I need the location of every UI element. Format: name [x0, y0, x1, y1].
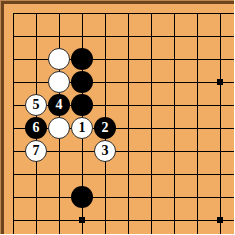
- intersection-c10-r3[interactable]: [209, 48, 235, 71]
- intersection-c5-r2[interactable]: [94, 25, 117, 48]
- move-number: 1: [79, 121, 86, 135]
- black-stone-move-4: 4: [48, 94, 70, 116]
- white-stone: [48, 48, 70, 70]
- intersection-c10-r1[interactable]: [209, 2, 235, 25]
- intersection-c9-r8[interactable]: [186, 163, 209, 186]
- intersection-c1-r6[interactable]: [2, 117, 25, 140]
- intersection-c3-r8[interactable]: [48, 163, 71, 186]
- intersection-c8-r8[interactable]: [163, 163, 186, 186]
- board-frame: 5461273: [1, 1, 234, 234]
- star-point: [217, 79, 223, 85]
- intersection-c5-r4[interactable]: [94, 71, 117, 94]
- intersection-c6-r10[interactable]: [117, 209, 140, 235]
- intersection-c1-r3[interactable]: [2, 48, 25, 71]
- intersection-c6-r7[interactable]: [117, 140, 140, 163]
- intersection-c10-r10[interactable]: [209, 209, 235, 235]
- intersection-c3-r3[interactable]: [48, 48, 71, 71]
- intersection-c1-r4[interactable]: [2, 71, 25, 94]
- intersection-c5-r7[interactable]: 3: [94, 140, 117, 163]
- intersection-c7-r7[interactable]: [140, 140, 163, 163]
- intersection-c7-r6[interactable]: [140, 117, 163, 140]
- intersection-c7-r1[interactable]: [140, 2, 163, 25]
- intersection-c4-r9[interactable]: [71, 186, 94, 209]
- intersection-c9-r5[interactable]: [186, 94, 209, 117]
- move-number: 4: [56, 98, 63, 112]
- intersection-c5-r10[interactable]: [94, 209, 117, 235]
- intersection-c8-r3[interactable]: [163, 48, 186, 71]
- intersection-c8-r7[interactable]: [163, 140, 186, 163]
- intersection-c9-r4[interactable]: [186, 71, 209, 94]
- intersection-c4-r8[interactable]: [71, 163, 94, 186]
- intersection-c8-r1[interactable]: [163, 2, 186, 25]
- intersection-c4-r1[interactable]: [71, 2, 94, 25]
- intersection-c6-r3[interactable]: [117, 48, 140, 71]
- intersection-c3-r9[interactable]: [48, 186, 71, 209]
- black-stone-move-2: 2: [94, 117, 116, 139]
- goban-grid: 5461273: [2, 2, 235, 235]
- intersection-c1-r7[interactable]: [2, 140, 25, 163]
- intersection-c10-r5[interactable]: [209, 94, 235, 117]
- black-stone: [71, 186, 93, 208]
- intersection-c5-r5[interactable]: [94, 94, 117, 117]
- move-number: 7: [33, 144, 40, 158]
- intersection-c3-r4[interactable]: [48, 71, 71, 94]
- intersection-c8-r10[interactable]: [163, 209, 186, 235]
- intersection-c7-r4[interactable]: [140, 71, 163, 94]
- intersection-c7-r3[interactable]: [140, 48, 163, 71]
- intersection-c9-r6[interactable]: [186, 117, 209, 140]
- intersection-c7-r10[interactable]: [140, 209, 163, 235]
- intersection-c3-r5[interactable]: 4: [48, 94, 71, 117]
- intersection-c3-r7[interactable]: [48, 140, 71, 163]
- move-number: 3: [102, 144, 109, 158]
- intersection-c10-r8[interactable]: [209, 163, 235, 186]
- intersection-c7-r9[interactable]: [140, 186, 163, 209]
- intersection-c5-r8[interactable]: [94, 163, 117, 186]
- white-stone-move-7: 7: [25, 140, 47, 162]
- intersection-c2-r6[interactable]: 6: [25, 117, 48, 140]
- intersection-c2-r5[interactable]: 5: [25, 94, 48, 117]
- intersection-c7-r8[interactable]: [140, 163, 163, 186]
- white-stone: [48, 71, 70, 93]
- intersection-c4-r3[interactable]: [71, 48, 94, 71]
- white-stone: [48, 117, 70, 139]
- intersection-c10-r2[interactable]: [209, 25, 235, 48]
- white-stone-move-1: 1: [71, 117, 93, 139]
- intersection-c9-r1[interactable]: [186, 2, 209, 25]
- intersection-c7-r5[interactable]: [140, 94, 163, 117]
- intersection-c2-r1[interactable]: [25, 2, 48, 25]
- intersection-c2-r3[interactable]: [25, 48, 48, 71]
- black-stone-move-6: 6: [25, 117, 47, 139]
- intersection-c9-r9[interactable]: [186, 186, 209, 209]
- move-number: 2: [102, 121, 109, 135]
- intersection-c4-r2[interactable]: [71, 25, 94, 48]
- intersection-c1-r10[interactable]: [2, 209, 25, 235]
- intersection-c9-r7[interactable]: [186, 140, 209, 163]
- intersection-c4-r7[interactable]: [71, 140, 94, 163]
- intersection-c3-r1[interactable]: [48, 2, 71, 25]
- intersection-c8-r2[interactable]: [163, 25, 186, 48]
- intersection-c1-r8[interactable]: [2, 163, 25, 186]
- intersection-c9-r3[interactable]: [186, 48, 209, 71]
- intersection-c10-r6[interactable]: [209, 117, 235, 140]
- intersection-c4-r5[interactable]: [71, 94, 94, 117]
- intersection-c10-r7[interactable]: [209, 140, 235, 163]
- intersection-c6-r4[interactable]: [117, 71, 140, 94]
- intersection-c2-r2[interactable]: [25, 25, 48, 48]
- white-stone-move-3: 3: [94, 140, 116, 162]
- intersection-c1-r9[interactable]: [2, 186, 25, 209]
- intersection-c6-r6[interactable]: [117, 117, 140, 140]
- star-point: [217, 217, 223, 223]
- intersection-c3-r6[interactable]: [48, 117, 71, 140]
- black-stone: [71, 71, 93, 93]
- intersection-c4-r10[interactable]: [71, 209, 94, 235]
- intersection-c5-r1[interactable]: [94, 2, 117, 25]
- intersection-c5-r3[interactable]: [94, 48, 117, 71]
- intersection-c9-r10[interactable]: [186, 209, 209, 235]
- intersection-c1-r5[interactable]: [2, 94, 25, 117]
- intersection-c8-r4[interactable]: [163, 71, 186, 94]
- intersection-c6-r9[interactable]: [117, 186, 140, 209]
- intersection-c5-r6[interactable]: 2: [94, 117, 117, 140]
- intersection-c10-r4[interactable]: [209, 71, 235, 94]
- intersection-c4-r4[interactable]: [71, 71, 94, 94]
- intersection-c2-r7[interactable]: 7: [25, 140, 48, 163]
- intersection-c8-r6[interactable]: [163, 117, 186, 140]
- intersection-c6-r2[interactable]: [117, 25, 140, 48]
- move-number: 6: [33, 121, 40, 135]
- intersection-c7-r2[interactable]: [140, 25, 163, 48]
- intersection-c2-r8[interactable]: [25, 163, 48, 186]
- intersection-c2-r10[interactable]: [25, 209, 48, 235]
- intersection-c6-r5[interactable]: [117, 94, 140, 117]
- intersection-c3-r2[interactable]: [48, 25, 71, 48]
- star-point: [79, 217, 85, 223]
- intersection-c9-r2[interactable]: [186, 25, 209, 48]
- intersection-c8-r5[interactable]: [163, 94, 186, 117]
- black-stone: [71, 94, 93, 116]
- intersection-c3-r10[interactable]: [48, 209, 71, 235]
- intersection-c6-r8[interactable]: [117, 163, 140, 186]
- intersection-c6-r1[interactable]: [117, 2, 140, 25]
- white-stone-move-5: 5: [25, 94, 47, 116]
- intersection-c2-r4[interactable]: [25, 71, 48, 94]
- intersection-c5-r9[interactable]: [94, 186, 117, 209]
- black-stone: [71, 48, 93, 70]
- intersection-c4-r6[interactable]: 1: [71, 117, 94, 140]
- intersection-c1-r2[interactable]: [2, 25, 25, 48]
- go-board-diagram: 5461273: [0, 0, 234, 234]
- intersection-c8-r9[interactable]: [163, 186, 186, 209]
- intersection-c1-r1[interactable]: [2, 2, 25, 25]
- intersection-c10-r9[interactable]: [209, 186, 235, 209]
- move-number: 5: [33, 98, 40, 112]
- intersection-c2-r9[interactable]: [25, 186, 48, 209]
